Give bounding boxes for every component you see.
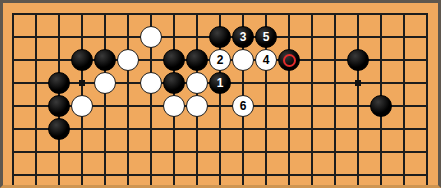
grid-vline [311,13,313,186]
star-point [355,80,361,86]
black-stone [48,72,70,94]
go-board[interactable]: 352416 [3,3,438,185]
grid-vline [426,13,428,186]
grid-hline [12,174,428,176]
grid-hline [12,13,428,15]
grid-vline [357,13,359,186]
grid-vline [104,13,106,186]
white-stone [71,95,93,117]
move-number-label: 4 [263,54,270,66]
white-stone [140,72,162,94]
grid-vline [334,13,336,186]
black-stone [347,49,369,71]
white-stone [232,49,254,71]
black-stone [48,95,70,117]
black-stone [186,49,208,71]
white-stone [140,26,162,48]
black-stone [71,49,93,71]
star-point [79,80,85,86]
black-stone [209,26,231,48]
black-stone [370,95,392,117]
move-5-stone: 5 [255,26,277,48]
move-3-stone: 3 [232,26,254,48]
white-stone [117,49,139,71]
move-2-stone: 2 [209,49,231,71]
black-stone [163,49,185,71]
grid-vline [35,13,37,186]
marked-black-stone [278,49,300,71]
move-number-label: 3 [240,31,247,43]
move-number-label: 6 [240,100,247,112]
grid-vline [12,13,14,186]
move-number-label: 2 [217,54,224,66]
white-stone [94,72,116,94]
black-stone [48,118,70,140]
circle-marker-icon [283,54,296,67]
black-stone [94,49,116,71]
grid-vline [403,13,405,186]
grid-vline [288,13,290,186]
diagram-frame: 352416 [0,0,441,188]
move-1-stone: 1 [209,72,231,94]
move-number-label: 5 [263,31,270,43]
black-stone [163,72,185,94]
white-stone [186,95,208,117]
grid-vline [127,13,129,186]
white-stone [186,72,208,94]
white-stone [163,95,185,117]
move-4-stone: 4 [255,49,277,71]
grid-hline [12,151,428,153]
move-6-stone: 6 [232,95,254,117]
grid-hline [12,128,428,130]
move-number-label: 1 [217,77,224,89]
